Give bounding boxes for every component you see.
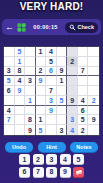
cell-r9c7[interactable]: 4 (67, 125, 78, 135)
cell-r4c3[interactable]: 3 (25, 76, 36, 86)
cell-r5c1[interactable]: 6 (4, 86, 15, 96)
cell-r1c7[interactable] (67, 47, 78, 57)
cell-r7c2[interactable] (15, 106, 26, 116)
cell-r7c4[interactable] (36, 106, 47, 116)
header-bar: ← 00:00:15 Check (2, 19, 101, 35)
toolbar: Undo Hint Notes (5, 142, 98, 152)
cell-r2c1[interactable] (4, 57, 15, 67)
key-3[interactable]: 3 (46, 154, 57, 164)
key-1[interactable]: 1 (19, 154, 30, 164)
numpad-row-2: 6789 (19, 167, 84, 177)
cell-r8c4[interactable]: 1 (36, 115, 47, 125)
cell-r2c6[interactable] (57, 57, 68, 67)
cell-r3c9[interactable] (88, 67, 99, 77)
timer: 00:00:15 (28, 24, 63, 30)
cell-r7c3[interactable] (25, 106, 36, 116)
undo-button[interactable]: Undo (5, 142, 33, 152)
cell-r9c8[interactable]: 2 (78, 125, 89, 135)
key-8[interactable]: 8 (46, 167, 57, 177)
key-9[interactable]: 9 (60, 167, 71, 177)
cell-r8c9[interactable]: 9 (88, 115, 99, 125)
cell-r1c5[interactable]: 4 (46, 47, 57, 57)
cell-r2c8[interactable] (78, 57, 89, 67)
cell-r3c2[interactable]: 8 (15, 67, 26, 77)
key-7[interactable]: 7 (33, 167, 44, 177)
cell-r5c3[interactable] (25, 86, 36, 96)
cell-r1c3[interactable] (25, 47, 36, 57)
key-5[interactable]: 5 (73, 154, 84, 164)
cell-r9c6[interactable]: 3 (57, 125, 68, 135)
key-4[interactable]: 4 (60, 154, 71, 164)
cell-r6c8[interactable]: 4 (78, 96, 89, 106)
cell-r2c3[interactable] (25, 57, 36, 67)
cell-r9c9[interactable] (88, 125, 99, 135)
cell-r1c1[interactable] (4, 47, 15, 57)
cell-r5c8[interactable] (78, 86, 89, 96)
cell-r4c4[interactable]: 9 (36, 76, 47, 86)
eraser-key[interactable] (73, 167, 84, 177)
cell-r2c9[interactable] (88, 57, 99, 67)
cell-r8c6[interactable] (57, 115, 68, 125)
cell-r5c7[interactable] (67, 86, 78, 96)
cell-r5c6[interactable] (57, 86, 68, 96)
magnifier-icon (69, 24, 76, 31)
cell-r6c6[interactable]: 5 (57, 96, 68, 106)
cell-r8c2[interactable] (15, 115, 26, 125)
cell-r9c3[interactable]: 9 (25, 125, 36, 135)
cell-r7c7[interactable] (67, 106, 78, 116)
cell-r3c3[interactable] (25, 67, 36, 77)
cell-r7c6[interactable] (57, 106, 68, 116)
notes-button[interactable]: Notes (70, 142, 98, 152)
sudoku-board: 5141523826975439169713594249678135995342 (3, 46, 100, 136)
cell-r8c1[interactable]: 7 (4, 115, 15, 125)
cell-r7c8[interactable]: 6 (78, 106, 89, 116)
numpad-row-1: 12345 (19, 154, 84, 164)
cell-r2c7[interactable]: 2 (67, 57, 78, 67)
cell-r6c9[interactable]: 2 (88, 96, 99, 106)
cell-r4c1[interactable]: 5 (4, 76, 15, 86)
cell-r1c4[interactable]: 1 (36, 47, 47, 57)
check-button-label: Check (77, 24, 94, 30)
cell-r9c5[interactable] (46, 125, 57, 135)
cell-r1c2[interactable]: 5 (15, 47, 26, 57)
cell-r3c8[interactable]: 7 (78, 67, 89, 77)
cell-r6c2[interactable] (15, 96, 26, 106)
cell-r4c5[interactable] (46, 76, 57, 86)
cell-r6c3[interactable]: 1 (25, 96, 36, 106)
cell-r8c5[interactable] (46, 115, 57, 125)
cell-r9c2[interactable] (15, 125, 26, 135)
cell-r7c1[interactable]: 4 (4, 106, 15, 116)
cell-r8c8[interactable]: 5 (78, 115, 89, 125)
cell-r3c5[interactable]: 6 (46, 67, 57, 77)
hint-button[interactable]: Hint (38, 142, 66, 152)
key-6[interactable]: 6 (19, 167, 30, 177)
cell-r1c8[interactable] (78, 47, 89, 57)
number-pad: 12345 6789 (0, 154, 103, 177)
cell-r7c9[interactable] (88, 106, 99, 116)
cell-r4c2[interactable]: 4 (15, 76, 26, 86)
cell-r2c4[interactable] (36, 57, 47, 67)
cell-r3c6[interactable]: 9 (57, 67, 68, 77)
cell-r9c4[interactable]: 5 (36, 125, 47, 135)
cell-r4c8[interactable] (78, 76, 89, 86)
cell-r6c7[interactable]: 9 (67, 96, 78, 106)
cell-r1c9[interactable] (88, 47, 99, 57)
cell-r4c6[interactable]: 1 (57, 76, 68, 86)
cell-r3c4[interactable]: 2 (36, 67, 47, 77)
cell-r2c2[interactable]: 1 (15, 57, 26, 67)
cell-r7c5[interactable]: 9 (46, 106, 57, 116)
cell-r6c5[interactable]: 3 (46, 96, 57, 106)
cell-r3c1[interactable]: 3 (4, 67, 15, 77)
cell-r5c5[interactable]: 7 (46, 86, 57, 96)
cell-r6c1[interactable] (4, 96, 15, 106)
back-button[interactable]: ← (5, 23, 14, 32)
cell-r5c4[interactable] (36, 86, 47, 96)
cell-r8c3[interactable]: 8 (25, 115, 36, 125)
cell-r1c6[interactable] (57, 47, 68, 57)
cell-r5c9[interactable] (88, 86, 99, 96)
cell-r4c7[interactable] (67, 76, 78, 86)
cell-r9c1[interactable] (4, 125, 15, 135)
eraser-icon (75, 168, 83, 176)
cell-r4c9[interactable] (88, 76, 99, 86)
cell-r6c4[interactable] (36, 96, 47, 106)
cell-r8c7[interactable]: 3 (67, 115, 78, 125)
sudoku-app: VERY HARD! ← 00:00:15 Check 514152382697… (0, 0, 103, 183)
check-button[interactable]: Check (65, 22, 98, 33)
cell-r5c2[interactable]: 9 (15, 86, 26, 96)
difficulty-title: VERY HARD! (0, 1, 103, 12)
cell-r3c7[interactable] (67, 67, 78, 77)
app-logo-icon (17, 23, 26, 32)
cell-r2c5[interactable]: 5 (46, 57, 57, 67)
key-2[interactable]: 2 (33, 154, 44, 164)
